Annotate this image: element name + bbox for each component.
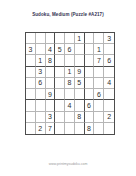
sudoku-cell-r7c6 (75, 100, 85, 111)
sudoku-cell-r7c3 (46, 100, 56, 111)
sudoku-cell-r8c4 (55, 112, 65, 123)
sudoku-cell-r8c2 (36, 112, 46, 123)
sudoku-cell-r3c6 (75, 55, 85, 66)
sudoku-cell-r8c8 (94, 112, 104, 123)
sudoku-cell-r1c6: 1 (75, 33, 85, 44)
sudoku-cell-r1c8 (94, 33, 104, 44)
sudoku-cell-r7c1 (26, 100, 36, 111)
sudoku-cell-r6c7 (85, 89, 95, 100)
sudoku-cell-r6c2 (36, 89, 46, 100)
sudoku-cell-r9c5 (65, 123, 75, 134)
sudoku-cell-r3c8: 7 (94, 55, 104, 66)
sudoku-cell-r2c9 (104, 44, 114, 55)
sudoku-cell-r3c5 (65, 55, 75, 66)
sudoku-cell-r2c2 (36, 44, 46, 55)
footer-url: www.printmysudoku.com (0, 162, 136, 166)
sudoku-cell-r6c6 (75, 89, 85, 100)
sudoku-cell-r9c2: 2 (36, 123, 46, 134)
sudoku-cell-r2c6 (75, 44, 85, 55)
sudoku-cell-r3c2: 1 (36, 55, 46, 66)
sudoku-cell-r2c3: 4 (46, 44, 56, 55)
sudoku-cell-r9c9 (104, 123, 114, 134)
sudoku-cell-r6c1 (26, 89, 36, 100)
sudoku-cell-r5c8 (94, 78, 104, 89)
sudoku-cell-r5c3 (46, 78, 56, 89)
sudoku-cell-r9c3: 7 (46, 123, 56, 134)
sudoku-cell-r6c8: 6 (94, 89, 104, 100)
sudoku-cell-r9c6 (75, 123, 85, 134)
sudoku-cell-r4c7 (85, 67, 95, 78)
sudoku-grid: 1334561187631968549646382278 (25, 32, 115, 135)
sudoku-cell-r4c5: 1 (65, 67, 75, 78)
printable-sudoku-page: { "game": "sudoku", "header": { "title":… (0, 0, 136, 176)
sudoku-cell-r7c5: 4 (65, 100, 75, 111)
sudoku-cell-r3c9: 6 (104, 55, 114, 66)
sudoku-cell-r7c9 (104, 100, 114, 111)
sudoku-cell-r1c2 (36, 33, 46, 44)
sudoku-cell-r3c3: 8 (46, 55, 56, 66)
sudoku-cell-r8c6: 8 (75, 112, 85, 123)
sudoku-cell-r1c1 (26, 33, 36, 44)
sudoku-cell-r7c8 (94, 100, 104, 111)
sudoku-cell-r5c9: 4 (104, 78, 114, 89)
sudoku-cell-r4c8 (94, 67, 104, 78)
sudoku-cell-r5c7 (85, 78, 95, 89)
sudoku-cell-r1c4 (55, 33, 65, 44)
sudoku-cell-r4c9 (104, 67, 114, 78)
sudoku-cell-r8c3: 3 (46, 112, 56, 123)
sudoku-cell-r5c5: 8 (65, 78, 75, 89)
puzzle-title: Sudoku, Medium (Puzzle #A217) (0, 12, 136, 17)
sudoku-cell-r4c4 (55, 67, 65, 78)
sudoku-cell-r8c9: 2 (104, 112, 114, 123)
sudoku-cell-r1c9: 3 (104, 33, 114, 44)
sudoku-cell-r4c3 (46, 67, 56, 78)
sudoku-cell-r5c2: 6 (36, 78, 46, 89)
sudoku-cell-r9c1 (26, 123, 36, 134)
sudoku-cell-r9c8 (94, 123, 104, 134)
sudoku-cell-r4c2: 3 (36, 67, 46, 78)
sudoku-cell-r1c3 (46, 33, 56, 44)
sudoku-cell-r7c4 (55, 100, 65, 111)
sudoku-cell-r6c4 (55, 89, 65, 100)
sudoku-cell-r7c2 (36, 100, 46, 111)
sudoku-cell-r4c6: 9 (75, 67, 85, 78)
sudoku-cell-r2c1: 3 (26, 44, 36, 55)
sudoku-cell-r6c5 (65, 89, 75, 100)
sudoku-cell-r7c7: 6 (85, 100, 95, 111)
sudoku-cell-r3c4 (55, 55, 65, 66)
sudoku-cell-r3c7 (85, 55, 95, 66)
sudoku-cell-r2c5: 6 (65, 44, 75, 55)
sudoku-cell-r6c3: 9 (46, 89, 56, 100)
sudoku-cell-r5c6: 5 (75, 78, 85, 89)
sudoku-cell-r3c1 (26, 55, 36, 66)
sudoku-cell-r8c7 (85, 112, 95, 123)
sudoku-cell-r9c4 (55, 123, 65, 134)
sudoku-cell-r5c4 (55, 78, 65, 89)
sudoku-cell-r5c1 (26, 78, 36, 89)
sudoku-cell-r8c1 (26, 112, 36, 123)
sudoku-cell-r9c7: 8 (85, 123, 95, 134)
sudoku-cell-r4c1 (26, 67, 36, 78)
sudoku-cell-r6c9 (104, 89, 114, 100)
sudoku-cell-r2c4: 5 (55, 44, 65, 55)
sudoku-cell-r2c8: 1 (94, 44, 104, 55)
sudoku-cell-r1c5 (65, 33, 75, 44)
sudoku-cell-r8c5 (65, 112, 75, 123)
sudoku-cell-r1c7 (85, 33, 95, 44)
sudoku-cell-r2c7 (85, 44, 95, 55)
